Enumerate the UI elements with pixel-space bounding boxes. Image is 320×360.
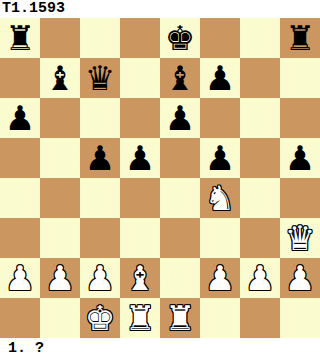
- white-pawn-icon: ♟: [205, 258, 235, 298]
- square-e2[interactable]: [160, 258, 200, 298]
- square-e6[interactable]: ♟: [160, 98, 200, 138]
- square-h8[interactable]: ♜: [280, 18, 320, 58]
- chess-board: ♜♚♜♝♛♝♟♟♟♟♟♟♟♞♛♟♟♟♝♟♟♟♚♜♜: [0, 18, 320, 338]
- square-e5[interactable]: [160, 138, 200, 178]
- square-d4[interactable]: [120, 178, 160, 218]
- square-h1[interactable]: [280, 298, 320, 338]
- square-f2[interactable]: ♟: [200, 258, 240, 298]
- black-pawn-icon: ♟: [85, 138, 115, 178]
- square-g1[interactable]: [240, 298, 280, 338]
- square-c3[interactable]: [80, 218, 120, 258]
- square-f7[interactable]: ♟: [200, 58, 240, 98]
- square-g4[interactable]: [240, 178, 280, 218]
- square-b8[interactable]: [40, 18, 80, 58]
- square-d7[interactable]: [120, 58, 160, 98]
- square-c5[interactable]: ♟: [80, 138, 120, 178]
- square-b5[interactable]: [40, 138, 80, 178]
- square-e1[interactable]: ♜: [160, 298, 200, 338]
- square-d3[interactable]: [120, 218, 160, 258]
- page-title: T1.1593: [0, 0, 320, 18]
- square-b6[interactable]: [40, 98, 80, 138]
- square-e3[interactable]: [160, 218, 200, 258]
- square-h6[interactable]: [280, 98, 320, 138]
- black-pawn-icon: ♟: [285, 138, 315, 178]
- black-pawn-icon: ♟: [125, 138, 155, 178]
- square-d1[interactable]: ♜: [120, 298, 160, 338]
- square-c6[interactable]: [80, 98, 120, 138]
- square-b7[interactable]: ♝: [40, 58, 80, 98]
- square-g2[interactable]: ♟: [240, 258, 280, 298]
- white-king-icon: ♚: [85, 298, 115, 338]
- square-f4[interactable]: ♞: [200, 178, 240, 218]
- square-b1[interactable]: [40, 298, 80, 338]
- square-h5[interactable]: ♟: [280, 138, 320, 178]
- black-pawn-icon: ♟: [205, 138, 235, 178]
- square-a2[interactable]: ♟: [0, 258, 40, 298]
- square-f3[interactable]: [200, 218, 240, 258]
- square-e4[interactable]: [160, 178, 200, 218]
- square-g8[interactable]: [240, 18, 280, 58]
- black-bishop-icon: ♝: [45, 58, 75, 98]
- white-knight-icon: ♞: [205, 178, 235, 218]
- square-c8[interactable]: [80, 18, 120, 58]
- square-a1[interactable]: [0, 298, 40, 338]
- square-b3[interactable]: [40, 218, 80, 258]
- square-d2[interactable]: ♝: [120, 258, 160, 298]
- square-d8[interactable]: [120, 18, 160, 58]
- black-queen-icon: ♛: [85, 58, 115, 98]
- white-bishop-icon: ♝: [125, 258, 155, 298]
- square-a5[interactable]: [0, 138, 40, 178]
- black-rook-icon: ♜: [285, 18, 315, 58]
- white-pawn-icon: ♟: [285, 258, 315, 298]
- square-c4[interactable]: [80, 178, 120, 218]
- square-h4[interactable]: [280, 178, 320, 218]
- white-queen-icon: ♛: [285, 218, 315, 258]
- black-pawn-icon: ♟: [5, 98, 35, 138]
- square-g3[interactable]: [240, 218, 280, 258]
- square-f1[interactable]: [200, 298, 240, 338]
- square-f6[interactable]: [200, 98, 240, 138]
- square-a7[interactable]: [0, 58, 40, 98]
- square-g6[interactable]: [240, 98, 280, 138]
- square-b2[interactable]: ♟: [40, 258, 80, 298]
- square-h3[interactable]: ♛: [280, 218, 320, 258]
- square-c7[interactable]: ♛: [80, 58, 120, 98]
- black-pawn-icon: ♟: [205, 58, 235, 98]
- white-pawn-icon: ♟: [245, 258, 275, 298]
- square-g7[interactable]: [240, 58, 280, 98]
- square-e7[interactable]: ♝: [160, 58, 200, 98]
- square-a4[interactable]: [0, 178, 40, 218]
- square-g5[interactable]: [240, 138, 280, 178]
- square-e8[interactable]: ♚: [160, 18, 200, 58]
- white-pawn-icon: ♟: [5, 258, 35, 298]
- square-h2[interactable]: ♟: [280, 258, 320, 298]
- white-rook-icon: ♜: [125, 298, 155, 338]
- square-c1[interactable]: ♚: [80, 298, 120, 338]
- square-b4[interactable]: [40, 178, 80, 218]
- square-a6[interactable]: ♟: [0, 98, 40, 138]
- black-bishop-icon: ♝: [165, 58, 195, 98]
- black-king-icon: ♚: [165, 18, 195, 58]
- square-f5[interactable]: ♟: [200, 138, 240, 178]
- white-pawn-icon: ♟: [45, 258, 75, 298]
- black-rook-icon: ♜: [5, 18, 35, 58]
- square-c2[interactable]: ♟: [80, 258, 120, 298]
- white-rook-icon: ♜: [165, 298, 195, 338]
- square-h7[interactable]: [280, 58, 320, 98]
- move-prompt: 1. ?: [0, 338, 320, 360]
- square-d6[interactable]: [120, 98, 160, 138]
- square-f8[interactable]: [200, 18, 240, 58]
- square-a8[interactable]: ♜: [0, 18, 40, 58]
- square-d5[interactable]: ♟: [120, 138, 160, 178]
- white-pawn-icon: ♟: [85, 258, 115, 298]
- square-a3[interactable]: [0, 218, 40, 258]
- black-pawn-icon: ♟: [165, 98, 195, 138]
